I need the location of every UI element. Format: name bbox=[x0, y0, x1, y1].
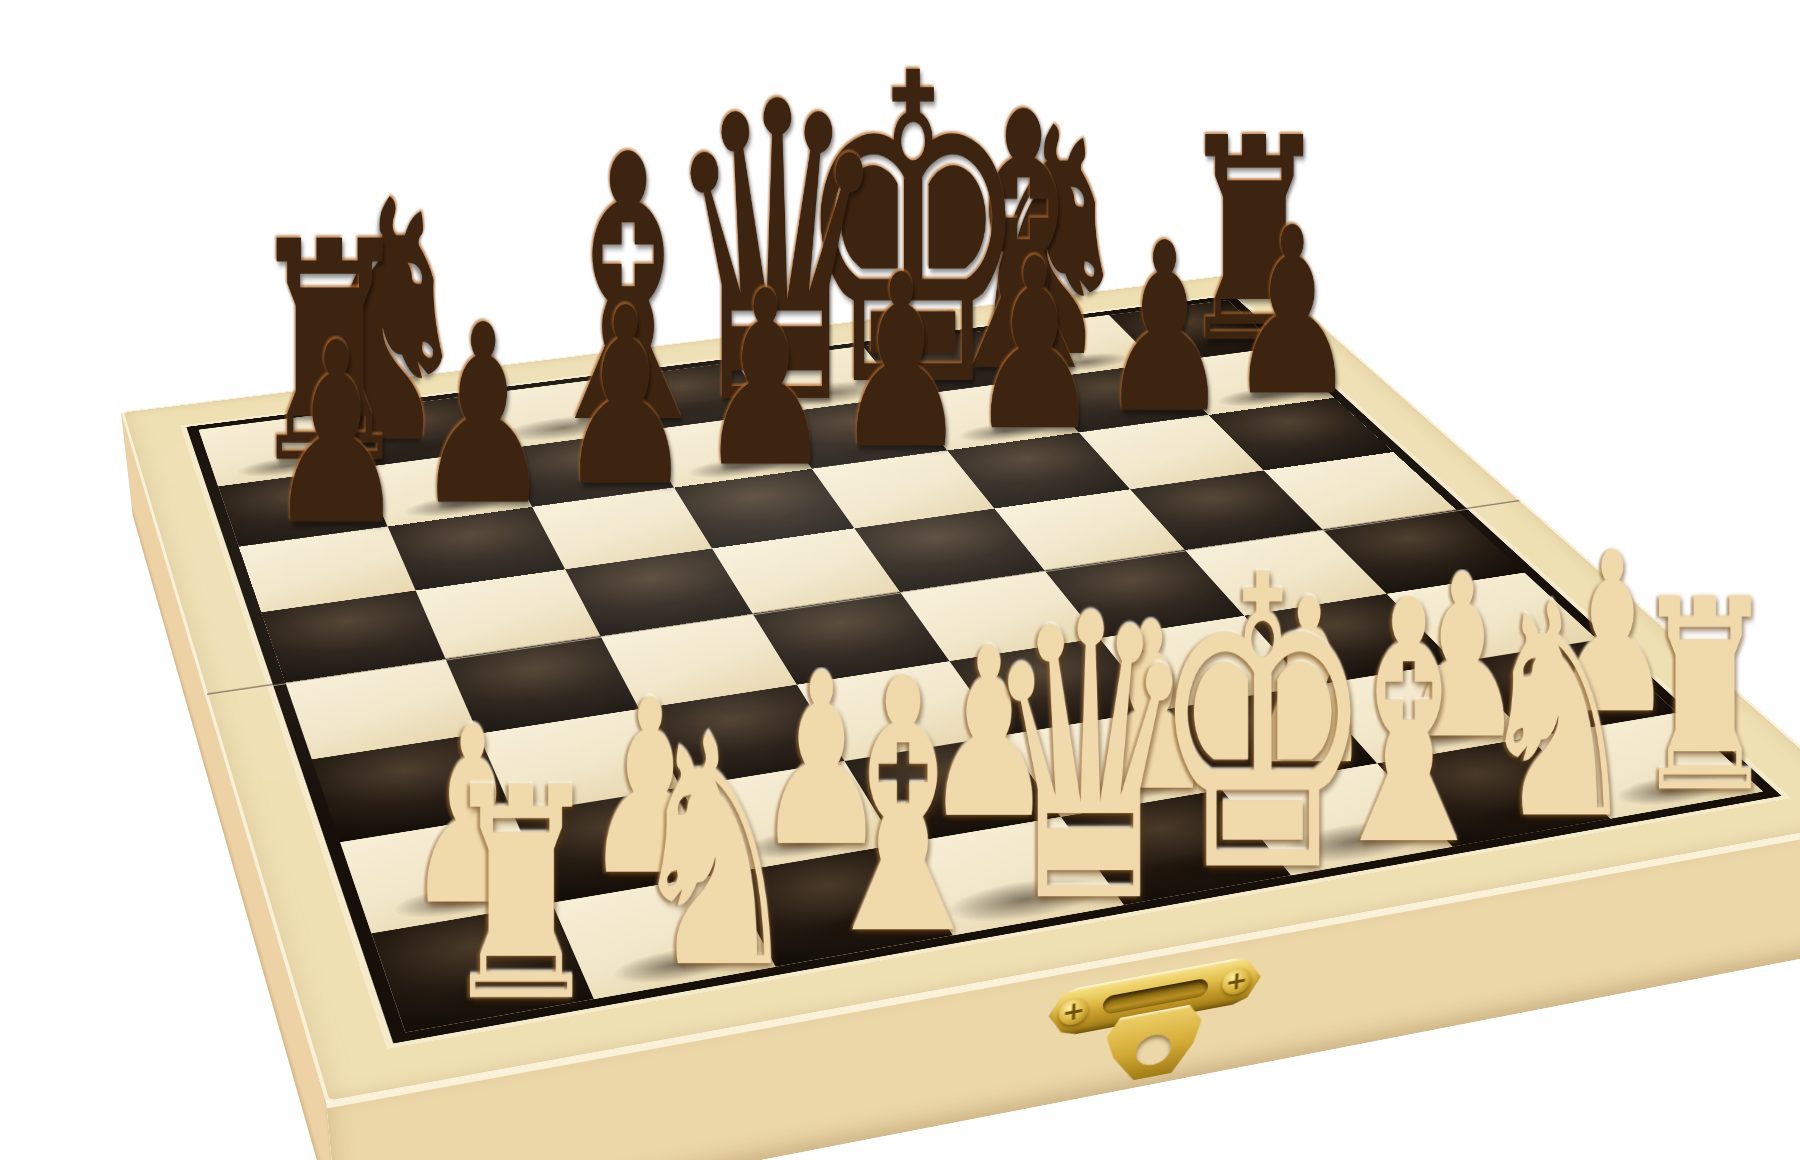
black-pawn-g7[interactable]: ♟ bbox=[1100, 235, 1186, 422]
black-pawn-d7[interactable]: ♟ bbox=[698, 283, 787, 476]
white-rook-a1[interactable]: ♜ bbox=[440, 779, 558, 1013]
black-pawn-c7[interactable]: ♟ bbox=[557, 300, 647, 496]
clasp-screw-left bbox=[1059, 996, 1089, 1028]
black-pawn-e7[interactable]: ♟ bbox=[835, 267, 923, 458]
black-pawn-a7[interactable]: ♟ bbox=[267, 335, 359, 535]
white-knight-b1[interactable]: ♞ bbox=[626, 726, 743, 981]
white-rook-h1[interactable]: ♜ bbox=[1631, 592, 1738, 803]
square-b6[interactable] bbox=[387, 507, 565, 590]
black-pawn-f7[interactable]: ♟ bbox=[969, 251, 1056, 440]
white-bishop-c1[interactable]: ♝ bbox=[806, 669, 921, 949]
brass-clasp[interactable] bbox=[1041, 947, 1268, 1104]
chess-set: ♜♞♝♛♚♝♞♜♟♟♟♟♟♟♟♟♟♟♟♟♟♟♟♟♜♞♝♛♚♝♞♜ bbox=[121, 271, 1800, 1104]
black-pawn-b7[interactable]: ♟ bbox=[414, 317, 505, 515]
black-pawn-h7[interactable]: ♟ bbox=[1228, 220, 1313, 405]
product-photo-scene: rnbqkbnr/pppppppp/8/8/8/8/PPPPPPPP/RNBQK… bbox=[0, 0, 1800, 1160]
